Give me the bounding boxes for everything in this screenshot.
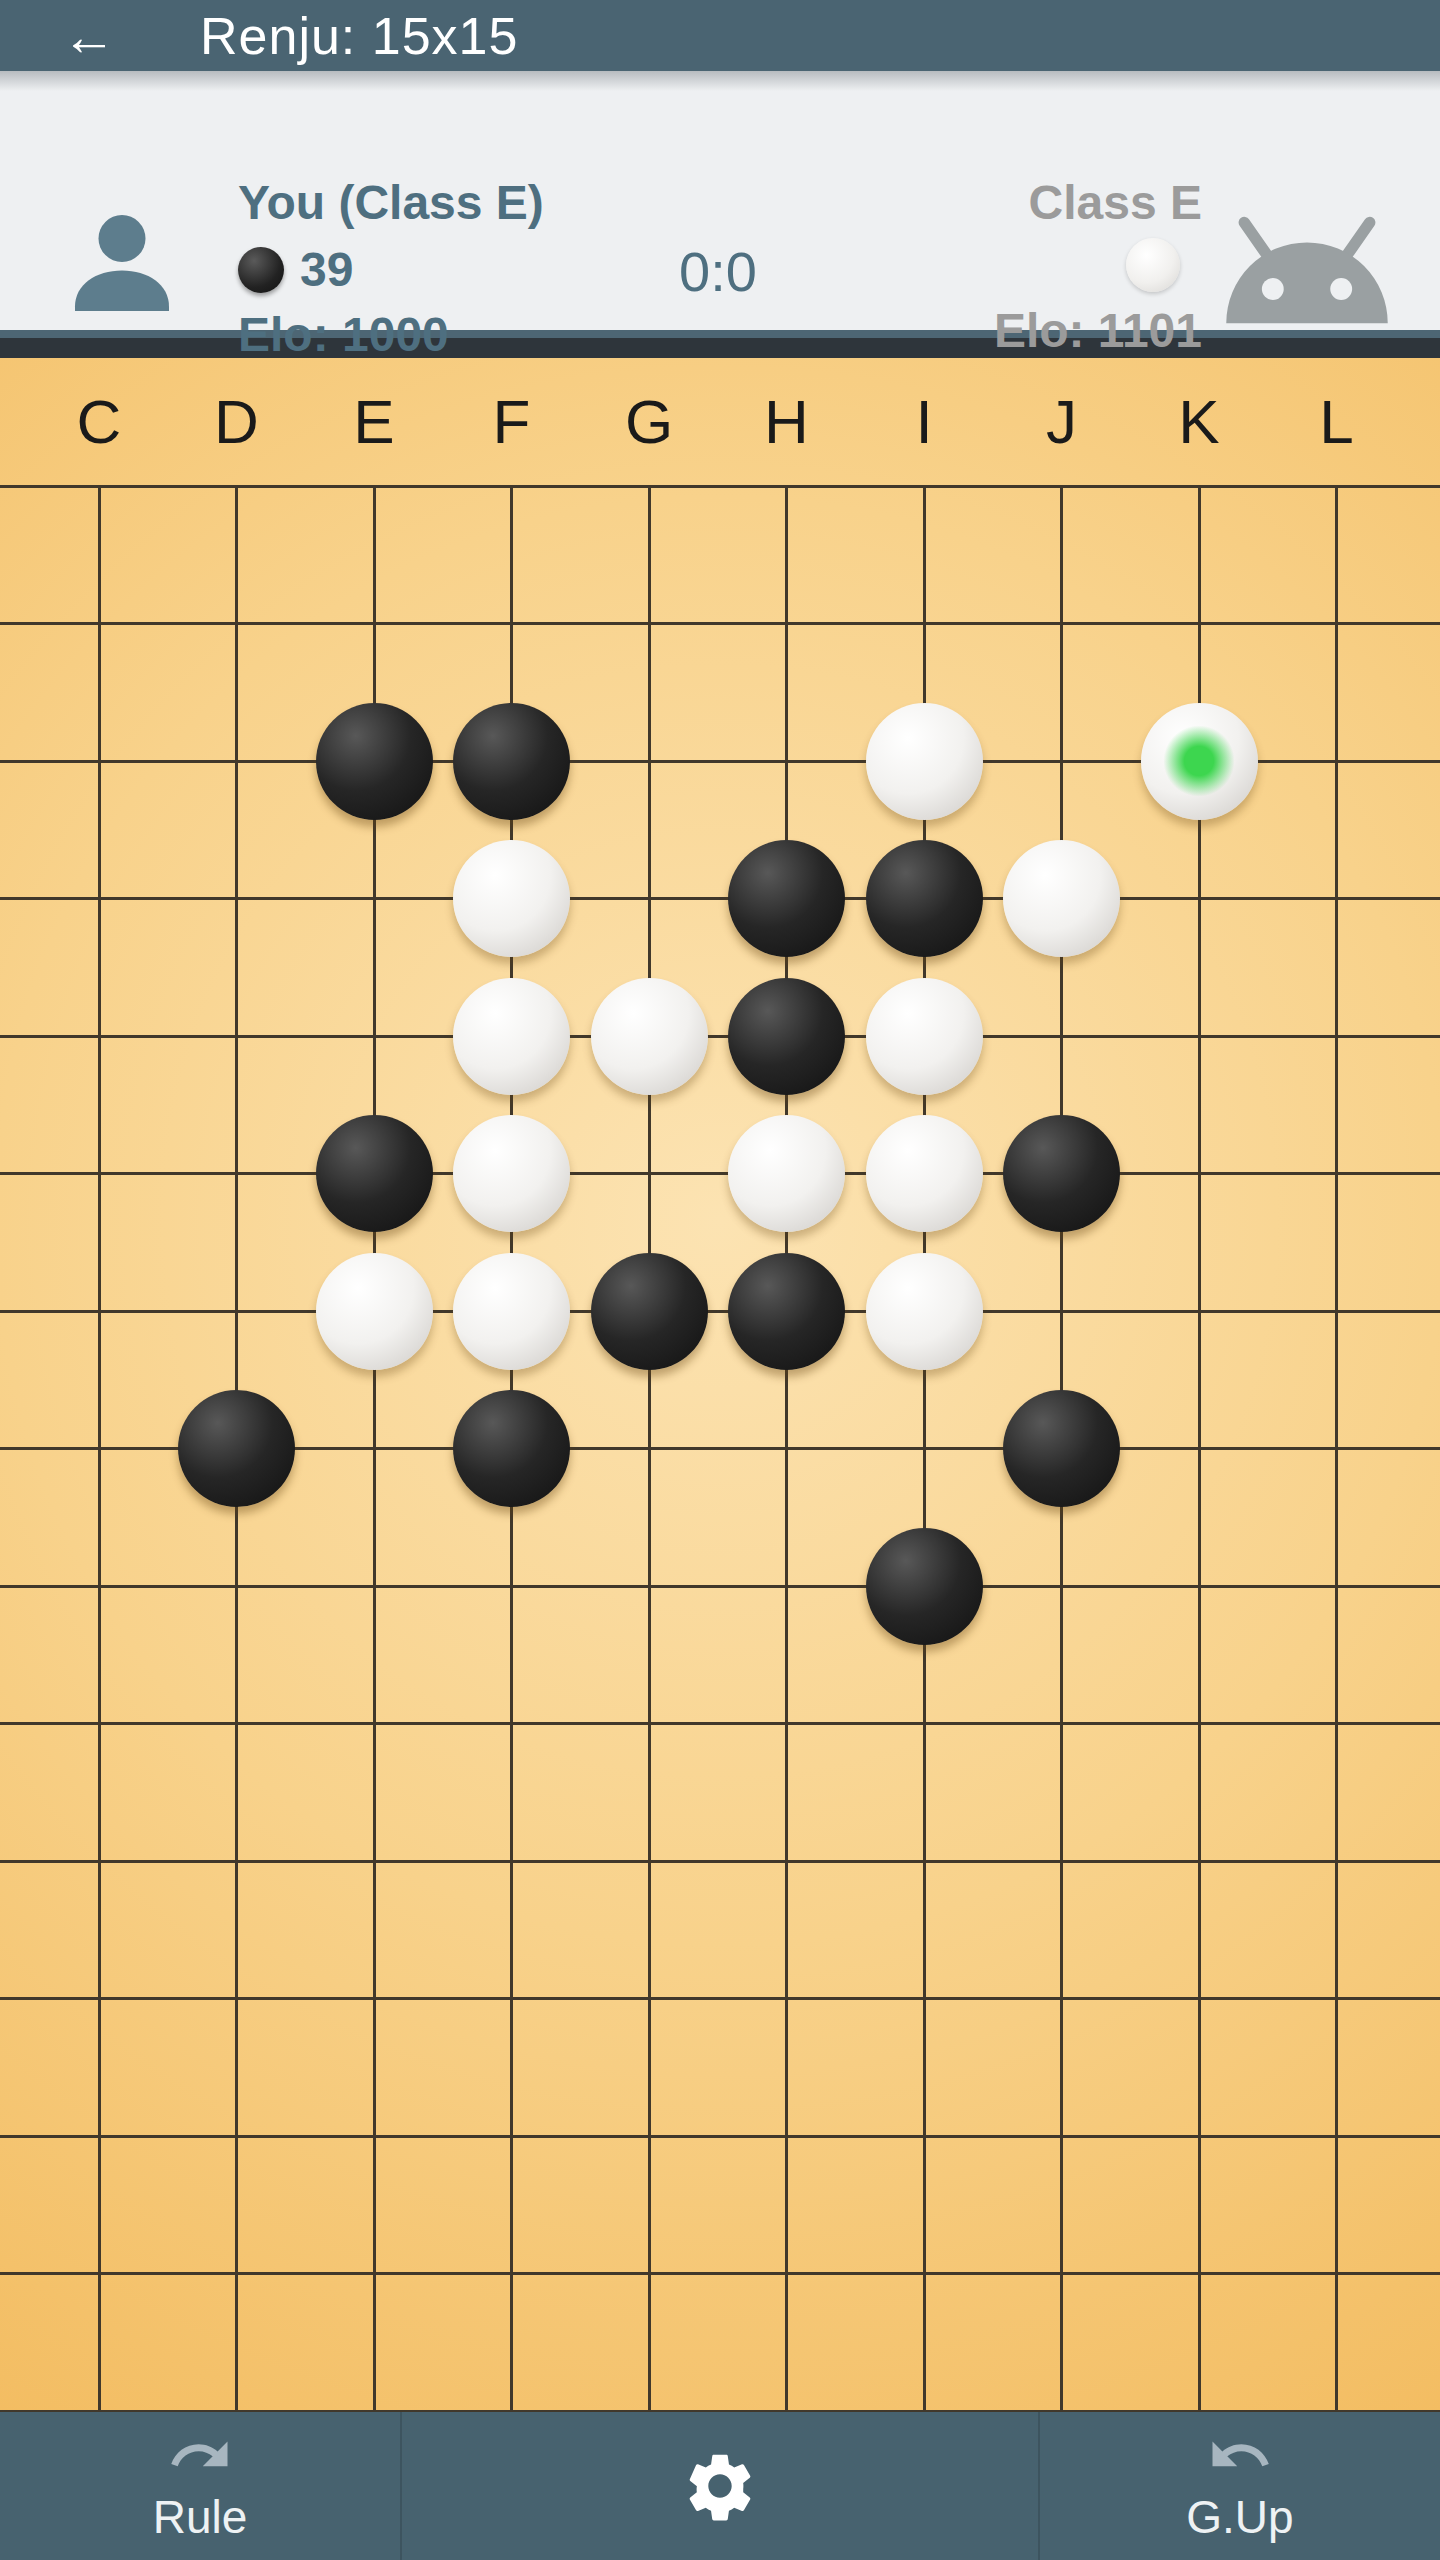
grid-vline	[98, 485, 101, 2413]
renju-board[interactable]: CDEFGHIJKL	[0, 358, 1440, 2412]
player-panel: You (Class E) 39 Elo: 1000 0:0 Class E E…	[0, 71, 1440, 330]
stone-white-E9	[316, 1253, 433, 1370]
stone-white-I13	[866, 703, 983, 820]
stone-black-F13	[453, 703, 570, 820]
stone-white-F9	[453, 1253, 570, 1370]
screen: ← Renju: 15x15 You (Class E) 39 Elo: 100…	[0, 0, 1440, 2560]
column-label-I: I	[915, 386, 932, 457]
column-label-H: H	[764, 386, 809, 457]
column-label-C: C	[77, 386, 122, 457]
left-player-info: You (Class E) 39 Elo: 1000	[238, 177, 544, 360]
stone-black-F8	[453, 1390, 570, 1507]
stone-white-K13	[1141, 703, 1258, 820]
right-player-name: Class E	[994, 177, 1202, 230]
person-avatar-icon	[62, 187, 182, 339]
stone-white-F12	[453, 840, 570, 957]
column-label-D: D	[214, 386, 259, 457]
gear-icon	[681, 2447, 759, 2525]
stone-white-J12	[1003, 840, 1120, 957]
grid-hline	[0, 1997, 1440, 2000]
left-player-name: You (Class E)	[238, 177, 544, 230]
left-player-elo: Elo: 1000	[238, 310, 544, 360]
stone-black-J10	[1003, 1115, 1120, 1232]
grid-hline	[0, 1172, 1440, 1175]
panel-board-divider	[0, 330, 1440, 358]
undo-arrow-icon	[1207, 2432, 1273, 2484]
grid-hline	[0, 1035, 1440, 1038]
settings-button[interactable]	[402, 2412, 1038, 2560]
grid-hline	[0, 2272, 1440, 2275]
grid-vline	[1335, 485, 1338, 2413]
android-robot-icon	[1212, 209, 1402, 331]
grid-hline	[0, 622, 1440, 625]
grid-hline	[0, 1310, 1440, 1313]
column-label-L: L	[1319, 386, 1353, 457]
last-move-marker	[1162, 724, 1236, 798]
black-stone-icon	[238, 247, 284, 293]
giveup-button-label: G.Up	[1186, 2494, 1293, 2540]
stone-black-G9	[591, 1253, 708, 1370]
stone-black-I7	[866, 1528, 983, 1645]
stone-black-H9	[728, 1253, 845, 1370]
rule-button[interactable]: Rule	[0, 2412, 402, 2560]
stone-black-D8	[178, 1390, 295, 1507]
column-label-E: E	[353, 386, 394, 457]
column-label-F: F	[493, 386, 531, 457]
grid-hline	[0, 1860, 1440, 1863]
grid-hline	[0, 1722, 1440, 1725]
grid-hline	[0, 2135, 1440, 2138]
white-stone-icon	[1126, 238, 1180, 292]
stone-black-H11	[728, 978, 845, 1095]
stone-black-E13	[316, 703, 433, 820]
stone-black-I12	[866, 840, 983, 957]
stone-white-F10	[453, 1115, 570, 1232]
grid-vline	[785, 485, 788, 2413]
stone-white-I10	[866, 1115, 983, 1232]
column-label-G: G	[625, 386, 673, 457]
grid-hline	[0, 1585, 1440, 1588]
grid-vline	[648, 485, 651, 2413]
grid-hline	[0, 2410, 1440, 2413]
column-label-K: K	[1178, 386, 1219, 457]
redo-arrow-icon	[167, 2432, 233, 2484]
column-label-J: J	[1046, 386, 1077, 457]
bottom-bar: Rule G.Up	[0, 2412, 1440, 2560]
score-display: 0:0	[679, 239, 757, 304]
right-player-info: Class E Elo: 1101	[994, 177, 1202, 356]
back-arrow-icon[interactable]: ←	[62, 9, 132, 63]
stone-white-F11	[453, 978, 570, 1095]
app-bar: ← Renju: 15x15	[0, 0, 1440, 71]
stone-white-H10	[728, 1115, 845, 1232]
stone-white-I11	[866, 978, 983, 1095]
stone-white-G11	[591, 978, 708, 1095]
left-player-stone-row: 39	[238, 244, 544, 296]
stone-white-I9	[866, 1253, 983, 1370]
grid-hline	[0, 485, 1440, 488]
rule-button-label: Rule	[153, 2494, 248, 2540]
page-title: Renju: 15x15	[200, 6, 518, 66]
giveup-button[interactable]: G.Up	[1038, 2412, 1440, 2560]
stone-black-H12	[728, 840, 845, 957]
black-stone-count: 39	[300, 242, 353, 297]
grid-hline	[0, 897, 1440, 900]
stone-black-J8	[1003, 1390, 1120, 1507]
stone-black-E10	[316, 1115, 433, 1232]
right-player-elo: Elo: 1101	[994, 306, 1202, 356]
